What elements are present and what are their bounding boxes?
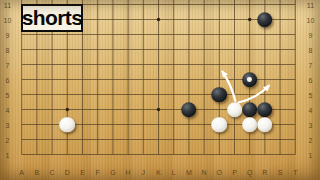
arrow-p4-to-s6 bbox=[239, 86, 269, 103]
go-thumbnail: 11111010998877665544332211ABCDEFGHJKLMNO… bbox=[0, 0, 320, 180]
shorts-badge: shorts bbox=[21, 4, 83, 32]
arrow-p4-to-o7 bbox=[223, 72, 236, 101]
